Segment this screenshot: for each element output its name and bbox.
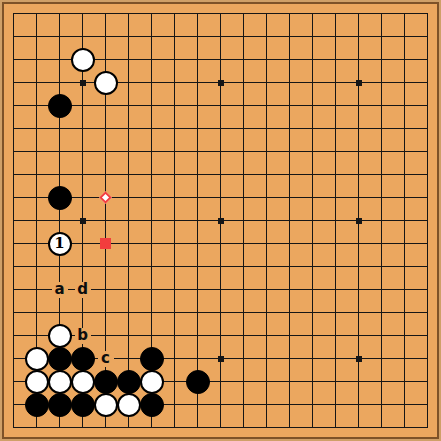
intersection[interactable] — [416, 48, 439, 71]
intersection[interactable] — [140, 393, 163, 416]
intersection[interactable] — [71, 370, 94, 393]
intersection[interactable] — [278, 324, 301, 347]
intersection[interactable] — [324, 347, 347, 370]
intersection[interactable] — [2, 163, 25, 186]
intersection[interactable] — [232, 2, 255, 25]
intersection[interactable] — [347, 48, 370, 71]
intersection[interactable] — [2, 324, 25, 347]
intersection[interactable] — [393, 278, 416, 301]
intersection[interactable] — [278, 186, 301, 209]
intersection[interactable] — [140, 117, 163, 140]
intersection[interactable] — [2, 278, 25, 301]
intersection[interactable] — [48, 209, 71, 232]
intersection[interactable] — [163, 186, 186, 209]
intersection[interactable] — [117, 393, 140, 416]
intersection[interactable] — [71, 209, 94, 232]
intersection[interactable] — [48, 163, 71, 186]
intersection[interactable] — [301, 2, 324, 25]
intersection[interactable] — [209, 324, 232, 347]
intersection[interactable] — [94, 186, 117, 209]
intersection[interactable] — [255, 2, 278, 25]
intersection[interactable] — [48, 25, 71, 48]
intersection[interactable] — [163, 232, 186, 255]
intersection[interactable] — [232, 393, 255, 416]
intersection[interactable] — [186, 209, 209, 232]
intersection[interactable] — [2, 255, 25, 278]
intersection[interactable] — [140, 416, 163, 439]
intersection[interactable] — [186, 48, 209, 71]
intersection[interactable] — [278, 2, 301, 25]
intersection[interactable] — [25, 255, 48, 278]
intersection[interactable] — [71, 347, 94, 370]
intersection[interactable] — [255, 278, 278, 301]
intersection[interactable] — [117, 232, 140, 255]
intersection[interactable] — [370, 48, 393, 71]
intersection[interactable] — [347, 232, 370, 255]
intersection[interactable] — [48, 186, 71, 209]
intersection[interactable] — [255, 347, 278, 370]
intersection[interactable] — [278, 301, 301, 324]
intersection[interactable] — [301, 416, 324, 439]
intersection[interactable] — [117, 278, 140, 301]
intersection[interactable] — [94, 25, 117, 48]
intersection[interactable] — [186, 370, 209, 393]
intersection[interactable] — [48, 255, 71, 278]
intersection[interactable] — [117, 117, 140, 140]
intersection[interactable]: d — [71, 278, 94, 301]
intersection[interactable] — [301, 71, 324, 94]
intersection[interactable] — [347, 278, 370, 301]
intersection[interactable] — [416, 71, 439, 94]
intersection[interactable] — [2, 2, 25, 25]
intersection[interactable] — [48, 2, 71, 25]
intersection[interactable] — [393, 2, 416, 25]
intersection[interactable] — [25, 232, 48, 255]
intersection[interactable] — [416, 163, 439, 186]
intersection[interactable] — [25, 370, 48, 393]
intersection[interactable] — [209, 347, 232, 370]
intersection[interactable] — [140, 209, 163, 232]
intersection[interactable] — [25, 25, 48, 48]
intersection[interactable] — [370, 232, 393, 255]
intersection[interactable] — [186, 255, 209, 278]
intersection[interactable] — [2, 416, 25, 439]
intersection[interactable] — [324, 278, 347, 301]
intersection[interactable] — [347, 140, 370, 163]
intersection[interactable] — [2, 186, 25, 209]
intersection[interactable] — [370, 347, 393, 370]
intersection[interactable] — [209, 2, 232, 25]
intersection[interactable] — [209, 232, 232, 255]
intersection[interactable] — [278, 370, 301, 393]
intersection[interactable] — [48, 393, 71, 416]
intersection[interactable] — [94, 370, 117, 393]
intersection[interactable] — [301, 278, 324, 301]
intersection[interactable] — [301, 232, 324, 255]
intersection[interactable]: 1 — [48, 232, 71, 255]
intersection[interactable] — [163, 278, 186, 301]
intersection[interactable] — [163, 140, 186, 163]
intersection[interactable] — [94, 94, 117, 117]
intersection[interactable] — [232, 416, 255, 439]
intersection[interactable] — [163, 301, 186, 324]
intersection[interactable] — [393, 370, 416, 393]
intersection[interactable] — [301, 25, 324, 48]
intersection[interactable] — [278, 25, 301, 48]
intersection[interactable] — [232, 186, 255, 209]
intersection[interactable] — [209, 48, 232, 71]
intersection[interactable] — [255, 255, 278, 278]
intersection[interactable] — [393, 117, 416, 140]
intersection[interactable] — [71, 140, 94, 163]
intersection[interactable] — [94, 71, 117, 94]
intersection[interactable] — [370, 324, 393, 347]
intersection[interactable] — [301, 117, 324, 140]
intersection[interactable] — [416, 347, 439, 370]
intersection[interactable] — [140, 140, 163, 163]
intersection[interactable] — [324, 117, 347, 140]
intersection[interactable] — [416, 209, 439, 232]
intersection[interactable] — [301, 163, 324, 186]
intersection[interactable] — [416, 278, 439, 301]
intersection[interactable] — [278, 393, 301, 416]
intersection[interactable] — [140, 255, 163, 278]
intersection[interactable] — [370, 186, 393, 209]
intersection[interactable] — [94, 232, 117, 255]
intersection[interactable] — [278, 117, 301, 140]
intersection[interactable] — [232, 117, 255, 140]
intersection[interactable] — [140, 370, 163, 393]
intersection[interactable] — [255, 186, 278, 209]
intersection[interactable] — [278, 209, 301, 232]
intersection[interactable] — [416, 416, 439, 439]
intersection[interactable] — [94, 416, 117, 439]
intersection[interactable] — [347, 416, 370, 439]
intersection[interactable] — [393, 94, 416, 117]
intersection[interactable] — [278, 94, 301, 117]
intersection[interactable] — [209, 163, 232, 186]
intersection[interactable] — [140, 94, 163, 117]
intersection[interactable] — [416, 140, 439, 163]
intersection[interactable] — [301, 370, 324, 393]
intersection[interactable] — [347, 393, 370, 416]
intersection[interactable] — [48, 71, 71, 94]
intersection[interactable] — [301, 301, 324, 324]
intersection[interactable] — [25, 301, 48, 324]
intersection[interactable] — [186, 232, 209, 255]
intersection[interactable] — [163, 209, 186, 232]
intersection[interactable] — [209, 393, 232, 416]
intersection[interactable] — [370, 25, 393, 48]
intersection[interactable] — [232, 94, 255, 117]
intersection[interactable] — [370, 140, 393, 163]
intersection[interactable] — [117, 209, 140, 232]
intersection[interactable] — [347, 71, 370, 94]
intersection[interactable] — [278, 232, 301, 255]
intersection[interactable] — [393, 347, 416, 370]
intersection[interactable] — [71, 416, 94, 439]
intersection[interactable] — [94, 209, 117, 232]
intersection[interactable] — [370, 278, 393, 301]
intersection[interactable] — [301, 48, 324, 71]
intersection[interactable] — [163, 25, 186, 48]
intersection[interactable] — [209, 25, 232, 48]
intersection[interactable] — [416, 393, 439, 416]
intersection[interactable] — [416, 301, 439, 324]
intersection[interactable] — [416, 186, 439, 209]
intersection[interactable] — [324, 255, 347, 278]
intersection[interactable] — [48, 347, 71, 370]
intersection[interactable] — [393, 232, 416, 255]
intersection[interactable] — [393, 163, 416, 186]
intersection[interactable] — [94, 324, 117, 347]
intersection[interactable] — [186, 186, 209, 209]
intersection[interactable] — [94, 140, 117, 163]
intersection[interactable] — [347, 25, 370, 48]
intersection[interactable] — [2, 94, 25, 117]
intersection[interactable] — [117, 301, 140, 324]
intersection[interactable] — [209, 94, 232, 117]
intersection[interactable] — [186, 117, 209, 140]
intersection[interactable] — [255, 71, 278, 94]
intersection[interactable] — [25, 416, 48, 439]
intersection[interactable] — [163, 94, 186, 117]
intersection[interactable] — [255, 94, 278, 117]
intersection[interactable] — [140, 278, 163, 301]
intersection[interactable] — [347, 2, 370, 25]
intersection[interactable] — [324, 232, 347, 255]
intersection[interactable] — [117, 94, 140, 117]
intersection[interactable] — [209, 370, 232, 393]
intersection[interactable] — [186, 163, 209, 186]
intersection[interactable] — [324, 2, 347, 25]
intersection[interactable] — [347, 370, 370, 393]
intersection[interactable] — [416, 370, 439, 393]
intersection[interactable] — [163, 2, 186, 25]
intersection[interactable] — [2, 25, 25, 48]
intersection[interactable] — [324, 48, 347, 71]
intersection[interactable] — [186, 2, 209, 25]
intersection[interactable] — [324, 163, 347, 186]
intersection[interactable] — [347, 255, 370, 278]
intersection[interactable] — [347, 163, 370, 186]
intersection[interactable] — [117, 140, 140, 163]
intersection[interactable] — [393, 324, 416, 347]
intersection[interactable] — [416, 232, 439, 255]
intersection[interactable] — [255, 25, 278, 48]
intersection[interactable] — [255, 232, 278, 255]
intersection[interactable] — [347, 186, 370, 209]
intersection[interactable] — [25, 186, 48, 209]
intersection[interactable] — [2, 301, 25, 324]
intersection[interactable] — [255, 416, 278, 439]
intersection[interactable] — [232, 71, 255, 94]
intersection[interactable] — [2, 140, 25, 163]
intersection[interactable] — [94, 278, 117, 301]
intersection[interactable] — [370, 255, 393, 278]
intersection[interactable] — [94, 117, 117, 140]
intersection[interactable] — [393, 301, 416, 324]
intersection[interactable] — [255, 301, 278, 324]
intersection[interactable] — [209, 140, 232, 163]
intersection[interactable] — [255, 393, 278, 416]
intersection[interactable] — [186, 94, 209, 117]
intersection[interactable] — [301, 324, 324, 347]
intersection[interactable] — [393, 209, 416, 232]
intersection[interactable] — [324, 416, 347, 439]
intersection[interactable] — [25, 94, 48, 117]
intersection[interactable] — [209, 71, 232, 94]
intersection[interactable] — [48, 117, 71, 140]
intersection[interactable] — [163, 370, 186, 393]
intersection[interactable] — [209, 209, 232, 232]
intersection[interactable] — [232, 25, 255, 48]
intersection[interactable] — [393, 48, 416, 71]
intersection[interactable] — [94, 301, 117, 324]
intersection[interactable] — [278, 278, 301, 301]
intersection[interactable] — [117, 163, 140, 186]
intersection[interactable] — [117, 324, 140, 347]
intersection[interactable] — [232, 209, 255, 232]
intersection[interactable] — [140, 48, 163, 71]
intersection[interactable] — [25, 278, 48, 301]
intersection[interactable] — [232, 232, 255, 255]
intersection[interactable] — [48, 416, 71, 439]
intersection[interactable] — [393, 25, 416, 48]
intersection[interactable] — [324, 324, 347, 347]
intersection[interactable] — [117, 2, 140, 25]
intersection[interactable] — [163, 416, 186, 439]
intersection[interactable] — [71, 255, 94, 278]
intersection[interactable] — [117, 416, 140, 439]
intersection[interactable] — [255, 117, 278, 140]
intersection[interactable] — [416, 324, 439, 347]
intersection[interactable] — [94, 48, 117, 71]
intersection[interactable] — [209, 255, 232, 278]
intersection[interactable] — [140, 25, 163, 48]
intersection[interactable] — [25, 140, 48, 163]
intersection[interactable] — [255, 209, 278, 232]
intersection[interactable] — [301, 255, 324, 278]
intersection[interactable] — [347, 301, 370, 324]
intersection[interactable] — [301, 347, 324, 370]
intersection[interactable] — [48, 140, 71, 163]
intersection[interactable] — [71, 2, 94, 25]
intersection[interactable] — [25, 48, 48, 71]
intersection[interactable] — [48, 324, 71, 347]
intersection[interactable] — [140, 324, 163, 347]
intersection[interactable] — [186, 393, 209, 416]
intersection[interactable] — [186, 416, 209, 439]
intersection[interactable] — [416, 255, 439, 278]
intersection[interactable] — [370, 117, 393, 140]
intersection[interactable] — [301, 209, 324, 232]
intersection[interactable] — [186, 25, 209, 48]
intersection[interactable] — [163, 347, 186, 370]
intersection[interactable] — [370, 416, 393, 439]
intersection[interactable] — [71, 117, 94, 140]
intersection[interactable] — [370, 370, 393, 393]
intersection[interactable] — [71, 163, 94, 186]
intersection[interactable] — [370, 2, 393, 25]
intersection[interactable] — [324, 301, 347, 324]
intersection[interactable] — [370, 71, 393, 94]
intersection[interactable] — [370, 393, 393, 416]
intersection[interactable] — [186, 324, 209, 347]
intersection[interactable] — [255, 324, 278, 347]
intersection[interactable] — [117, 48, 140, 71]
intersection[interactable] — [370, 301, 393, 324]
intersection[interactable] — [117, 347, 140, 370]
intersection[interactable] — [324, 393, 347, 416]
intersection[interactable] — [347, 324, 370, 347]
intersection[interactable] — [71, 25, 94, 48]
intersection[interactable] — [324, 71, 347, 94]
intersection[interactable] — [25, 117, 48, 140]
intersection[interactable] — [71, 232, 94, 255]
intersection[interactable] — [163, 71, 186, 94]
intersection[interactable] — [186, 301, 209, 324]
intersection[interactable] — [232, 48, 255, 71]
intersection[interactable] — [232, 140, 255, 163]
intersection[interactable] — [209, 301, 232, 324]
intersection[interactable] — [278, 163, 301, 186]
intersection[interactable] — [25, 163, 48, 186]
intersection[interactable] — [278, 416, 301, 439]
intersection[interactable] — [25, 393, 48, 416]
intersection[interactable] — [324, 94, 347, 117]
intersection[interactable] — [94, 393, 117, 416]
intersection[interactable] — [232, 255, 255, 278]
intersection[interactable] — [416, 2, 439, 25]
intersection[interactable] — [163, 255, 186, 278]
intersection[interactable] — [416, 94, 439, 117]
intersection[interactable] — [301, 393, 324, 416]
intersection[interactable] — [71, 94, 94, 117]
intersection[interactable] — [370, 209, 393, 232]
intersection[interactable] — [163, 324, 186, 347]
intersection[interactable] — [48, 94, 71, 117]
intersection[interactable] — [232, 301, 255, 324]
intersection[interactable] — [140, 347, 163, 370]
intersection[interactable] — [347, 347, 370, 370]
intersection[interactable] — [278, 71, 301, 94]
intersection[interactable] — [232, 163, 255, 186]
intersection[interactable] — [209, 186, 232, 209]
intersection[interactable] — [324, 370, 347, 393]
intersection[interactable] — [278, 347, 301, 370]
intersection[interactable] — [278, 48, 301, 71]
intersection[interactable] — [163, 163, 186, 186]
intersection[interactable] — [278, 140, 301, 163]
intersection[interactable] — [301, 186, 324, 209]
intersection[interactable] — [94, 163, 117, 186]
intersection[interactable] — [186, 140, 209, 163]
intersection[interactable]: a — [48, 278, 71, 301]
intersection[interactable]: c — [94, 347, 117, 370]
intersection[interactable] — [324, 186, 347, 209]
intersection[interactable] — [94, 255, 117, 278]
intersection[interactable] — [232, 370, 255, 393]
intersection[interactable] — [117, 186, 140, 209]
intersection[interactable] — [255, 140, 278, 163]
intersection[interactable] — [71, 301, 94, 324]
intersection[interactable] — [163, 393, 186, 416]
intersection[interactable] — [117, 370, 140, 393]
intersection[interactable] — [163, 117, 186, 140]
intersection[interactable] — [48, 301, 71, 324]
intersection[interactable] — [416, 25, 439, 48]
